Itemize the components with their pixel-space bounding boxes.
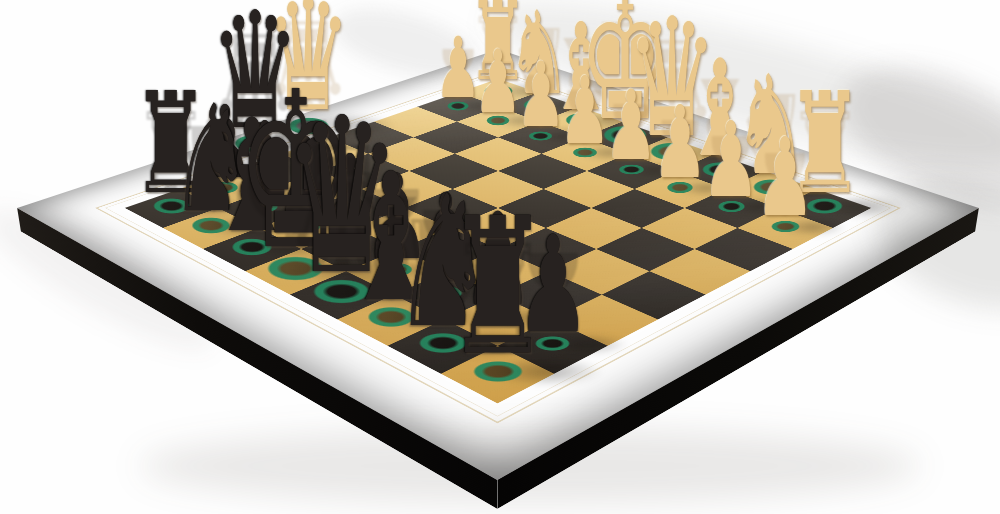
square-c6 (447, 249, 548, 295)
board-scene (0, 0, 1000, 514)
square-c5 (498, 228, 596, 271)
square-e7 (301, 228, 399, 271)
product-photo-stage: ♜♜♞♞♝♝♚♚♛♛♝♝♞♞♜♜♟♟♟♟♟♟♟♟♟♟♟♟♟♟♟♟♟♟♟♟♟♟♟♟… (0, 0, 1000, 514)
square-d7 (346, 249, 447, 295)
chess-board (17, 49, 979, 480)
square-f7 (258, 208, 354, 249)
square-c4 (546, 208, 642, 249)
square-d5 (450, 208, 546, 249)
